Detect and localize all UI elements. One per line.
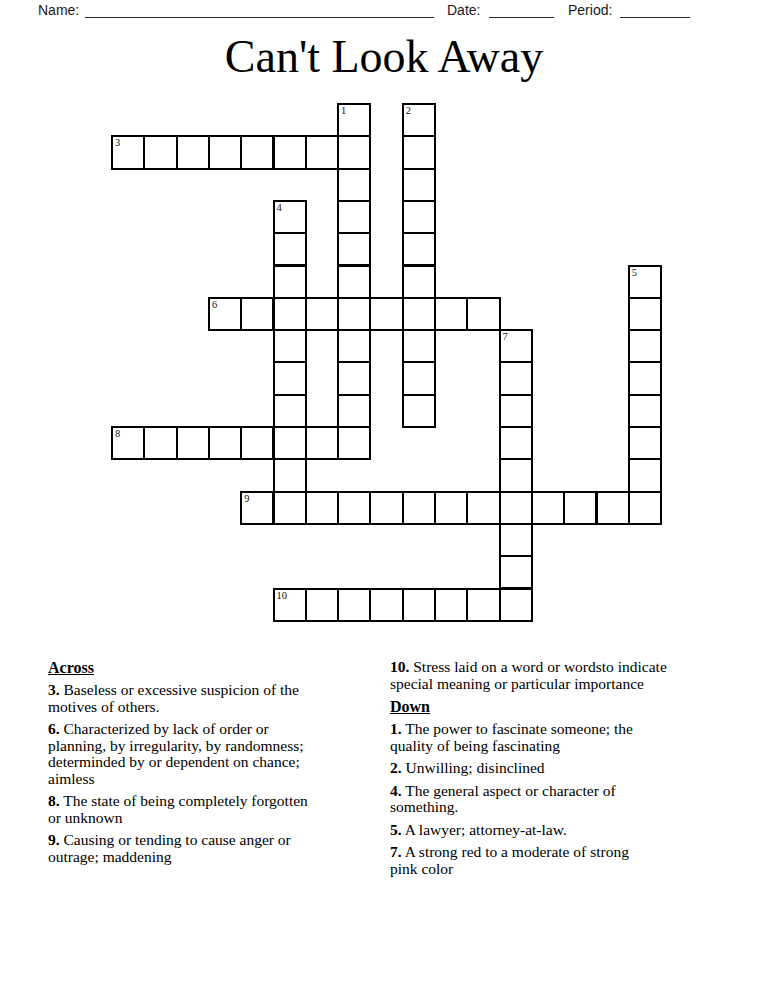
grid-cell-r7c9[interactable] — [402, 329, 436, 363]
grid-cell-r10c6[interactable] — [305, 426, 339, 460]
grid-cell-r8c7[interactable] — [337, 361, 371, 395]
puzzle-title: Can't Look Away — [0, 33, 768, 81]
clue-number-7: 7 — [503, 331, 508, 342]
grid-cell-r7c7[interactable] — [337, 329, 371, 363]
down-clue-1-text: The power to fascinate someone; the qual… — [390, 720, 633, 754]
down-clue-5: 5. A lawyer; attorney-at-law. — [390, 822, 710, 839]
across-clue-10-number: 10. — [390, 658, 409, 675]
crossword-grid: 12345678910 — [112, 104, 662, 622]
down-clue-5-text: A lawyer; attorney-at-law. — [402, 821, 567, 838]
clues-column-left: Across 3. Baseless or excessive suspicio… — [48, 659, 356, 871]
grid-cell-r5c9[interactable] — [402, 265, 436, 299]
period-blank-line[interactable] — [620, 3, 690, 18]
grid-cell-r11c16[interactable] — [628, 458, 662, 492]
across-clue-8-text: The state of being completely forgotten … — [48, 792, 308, 826]
grid-cell-r4c7[interactable] — [337, 232, 371, 266]
grid-cell-r4c9[interactable] — [402, 232, 436, 266]
clue-number-4: 4 — [277, 202, 282, 213]
grid-cell-r12c13[interactable] — [531, 491, 565, 525]
name-blank-line[interactable] — [85, 3, 434, 18]
grid-cell-r1c7[interactable] — [337, 135, 371, 169]
grid-cell-r10c16[interactable] — [628, 426, 662, 460]
grid-cell-r9c7[interactable] — [337, 394, 371, 428]
down-clue-4-text: The general aspect or character of somet… — [390, 782, 616, 816]
across-clue-6: 6. Characterized by lack of order or pla… — [48, 721, 356, 787]
grid-cell-r10c1[interactable] — [143, 426, 177, 460]
down-clue-7-number: 7. — [390, 843, 402, 860]
across-clue-3-number: 3. — [48, 681, 60, 698]
grid-cell-r6c10[interactable] — [434, 297, 468, 331]
grid-cell-r6c3[interactable]: 6 — [208, 297, 242, 331]
grid-cell-r10c7[interactable] — [337, 426, 371, 460]
grid-cell-r2c7[interactable] — [337, 168, 371, 202]
down-clue-2: 2. Unwilling; disinclined — [390, 760, 710, 777]
grid-cell-r15c7[interactable] — [337, 588, 371, 622]
grid-cell-r12c14[interactable] — [563, 491, 597, 525]
down-clue-1-number: 1. — [390, 720, 402, 737]
grid-cell-r5c16[interactable]: 5 — [628, 265, 662, 299]
down-clue-2-number: 2. — [390, 759, 402, 776]
grid-cell-r10c0[interactable]: 8 — [111, 426, 145, 460]
across-clue-9-number: 9. — [48, 831, 60, 848]
grid-cell-r12c12[interactable] — [499, 491, 533, 525]
down-clue-7-text: A strong red to a moderate of strong pin… — [390, 843, 629, 877]
grid-cell-r1c9[interactable] — [402, 135, 436, 169]
grid-cell-r12c5[interactable] — [273, 491, 307, 525]
grid-cell-r6c8[interactable] — [369, 297, 403, 331]
across-clue-8: 8. The state of being completely forgott… — [48, 793, 356, 826]
grid-cell-r1c0[interactable]: 3 — [111, 135, 145, 169]
grid-cell-r6c7[interactable] — [337, 297, 371, 331]
clue-number-5: 5 — [632, 267, 637, 278]
grid-cell-r1c5[interactable] — [273, 135, 307, 169]
grid-cell-r8c12[interactable] — [499, 361, 533, 395]
clue-number-1: 1 — [341, 105, 346, 116]
across-clue-6-number: 6. — [48, 720, 60, 737]
grid-cell-r6c16[interactable] — [628, 297, 662, 331]
grid-cell-r9c5[interactable] — [273, 394, 307, 428]
period-label: Period: — [568, 2, 612, 18]
grid-cell-r9c16[interactable] — [628, 394, 662, 428]
grid-cell-r15c12[interactable] — [499, 588, 533, 622]
down-clue-4-number: 4. — [390, 782, 402, 799]
grid-cell-r10c2[interactable] — [176, 426, 210, 460]
grid-cell-r15c6[interactable] — [305, 588, 339, 622]
grid-cell-r12c10[interactable] — [434, 491, 468, 525]
grid-cell-r12c4[interactable]: 9 — [240, 491, 274, 525]
across-clue-3-text: Baseless or excessive suspicion of the m… — [48, 681, 299, 715]
grid-cell-r11c12[interactable] — [499, 458, 533, 492]
clues-column-right: 10. Stress laid on a word or wordsto ind… — [390, 659, 710, 883]
grid-cell-r13c12[interactable] — [499, 523, 533, 557]
grid-cell-r1c4[interactable] — [240, 135, 274, 169]
grid-cell-r6c9[interactable] — [402, 297, 436, 331]
down-clue-2-text: Unwilling; disinclined — [402, 759, 545, 776]
grid-cell-r7c12[interactable]: 7 — [499, 329, 533, 363]
across-clue-10-text: Stress laid on a word or wordsto indicat… — [390, 658, 667, 692]
grid-cell-r14c12[interactable] — [499, 555, 533, 589]
grid-cell-r6c6[interactable] — [305, 297, 339, 331]
down-heading: Down — [390, 698, 710, 715]
grid-cell-r12c8[interactable] — [369, 491, 403, 525]
grid-cell-r7c5[interactable] — [273, 329, 307, 363]
grid-cell-r15c5[interactable]: 10 — [273, 588, 307, 622]
down-clue-4: 4. The general aspect or character of so… — [390, 783, 710, 816]
grid-cell-r2c9[interactable] — [402, 168, 436, 202]
down-clue-7: 7. A strong red to a moderate of strong … — [390, 844, 710, 877]
grid-cell-r10c12[interactable] — [499, 426, 533, 460]
grid-cell-r1c1[interactable] — [143, 135, 177, 169]
clue-number-8: 8 — [115, 428, 120, 439]
grid-cell-r12c15[interactable] — [596, 491, 630, 525]
clue-number-10: 10 — [277, 590, 288, 601]
grid-cell-r15c10[interactable] — [434, 588, 468, 622]
grid-cell-r9c9[interactable] — [402, 394, 436, 428]
grid-cell-r1c3[interactable] — [208, 135, 242, 169]
grid-cell-r15c9[interactable] — [402, 588, 436, 622]
grid-cell-r9c12[interactable] — [499, 394, 533, 428]
grid-cell-r3c7[interactable] — [337, 200, 371, 234]
clue-number-3: 3 — [115, 137, 120, 148]
grid-cell-r4c5[interactable] — [273, 232, 307, 266]
grid-cell-r5c5[interactable] — [273, 265, 307, 299]
across-clue-9-text: Causing or tending to cause anger or out… — [48, 831, 291, 865]
grid-cell-r1c2[interactable] — [176, 135, 210, 169]
clue-number-6: 6 — [212, 299, 217, 310]
grid-cell-r6c5[interactable] — [273, 297, 307, 331]
across-heading: Across — [48, 659, 356, 676]
across-clue-10: 10. Stress laid on a word or wordsto ind… — [390, 659, 710, 692]
grid-cell-r12c11[interactable] — [466, 491, 500, 525]
grid-cell-r6c11[interactable] — [466, 297, 500, 331]
grid-cell-r15c8[interactable] — [369, 588, 403, 622]
worksheet-page: { "game": "crossword", "title": "Can't L… — [0, 0, 768, 994]
grid-cell-r5c7[interactable] — [337, 265, 371, 299]
grid-cell-r10c4[interactable] — [240, 426, 274, 460]
across-clue-3: 3. Baseless or excessive suspicion of th… — [48, 682, 356, 715]
grid-cell-r0c9[interactable]: 2 — [402, 103, 436, 137]
across-clue-8-number: 8. — [48, 792, 60, 809]
grid-cell-r12c9[interactable] — [402, 491, 436, 525]
grid-cell-r11c5[interactable] — [273, 458, 307, 492]
clue-number-2: 2 — [406, 105, 411, 116]
grid-cell-r1c6[interactable] — [305, 135, 339, 169]
date-blank-line[interactable] — [489, 3, 554, 18]
down-clue-5-number: 5. — [390, 821, 402, 838]
date-label: Date: — [447, 2, 480, 18]
grid-cell-r3c5[interactable]: 4 — [273, 200, 307, 234]
grid-cell-r10c5[interactable] — [273, 426, 307, 460]
grid-cell-r8c16[interactable] — [628, 361, 662, 395]
grid-cell-r12c7[interactable] — [337, 491, 371, 525]
grid-cell-r8c5[interactable] — [273, 361, 307, 395]
grid-cell-r12c6[interactable] — [305, 491, 339, 525]
grid-cell-r6c4[interactable] — [240, 297, 274, 331]
down-clue-1: 1. The power to fascinate someone; the q… — [390, 721, 710, 754]
grid-cell-r15c11[interactable] — [466, 588, 500, 622]
grid-cell-r7c16[interactable] — [628, 329, 662, 363]
name-label: Name: — [38, 2, 79, 18]
grid-cell-r8c9[interactable] — [402, 361, 436, 395]
grid-cell-r3c9[interactable] — [402, 200, 436, 234]
grid-cell-r12c16[interactable] — [628, 491, 662, 525]
grid-cell-r0c7[interactable]: 1 — [337, 103, 371, 137]
across-clue-9: 9. Causing or tending to cause anger or … — [48, 832, 356, 865]
across-clue-6-text: Characterized by lack of order or planni… — [48, 720, 304, 787]
clue-number-9: 9 — [244, 493, 249, 504]
grid-cell-r10c3[interactable] — [208, 426, 242, 460]
